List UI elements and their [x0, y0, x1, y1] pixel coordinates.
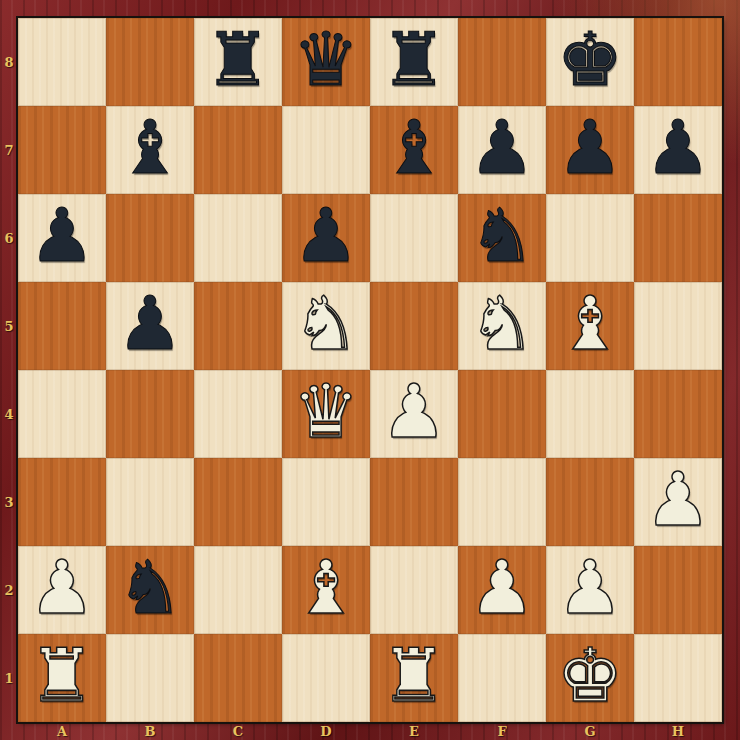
square-b8[interactable]: [106, 18, 194, 106]
square-c4[interactable]: [194, 370, 282, 458]
square-b4[interactable]: [106, 370, 194, 458]
piece-white-king: ♚: [557, 638, 623, 712]
piece-white-knight: ♞: [469, 286, 535, 360]
piece-black-pawn: ♟: [645, 110, 711, 184]
square-b6[interactable]: [106, 194, 194, 282]
piece-white-bishop: ♝: [557, 286, 623, 360]
square-b1[interactable]: [106, 634, 194, 722]
square-g8[interactable]: ♚: [546, 18, 634, 106]
square-d3[interactable]: [282, 458, 370, 546]
rank-label-4: 4: [0, 370, 18, 458]
square-d4[interactable]: ♛: [282, 370, 370, 458]
piece-black-bishop: ♝: [117, 110, 183, 184]
file-label-e: E: [370, 722, 458, 740]
piece-white-queen: ♛: [293, 374, 359, 448]
piece-white-rook: ♜: [29, 638, 95, 712]
square-e3[interactable]: [370, 458, 458, 546]
square-d7[interactable]: [282, 106, 370, 194]
square-f7[interactable]: ♟: [458, 106, 546, 194]
file-label-h: H: [634, 722, 722, 740]
piece-white-pawn: ♟: [645, 462, 711, 536]
square-h6[interactable]: [634, 194, 722, 282]
square-a8[interactable]: [18, 18, 106, 106]
piece-black-rook: ♜: [205, 22, 271, 96]
file-label-c: C: [194, 722, 282, 740]
square-e5[interactable]: [370, 282, 458, 370]
square-f1[interactable]: [458, 634, 546, 722]
piece-black-pawn: ♟: [29, 198, 95, 272]
square-g7[interactable]: ♟: [546, 106, 634, 194]
square-f5[interactable]: ♞: [458, 282, 546, 370]
square-e6[interactable]: [370, 194, 458, 282]
rank-label-2: 2: [0, 546, 18, 634]
square-g6[interactable]: [546, 194, 634, 282]
file-label-a: A: [18, 722, 106, 740]
square-c2[interactable]: [194, 546, 282, 634]
square-b7[interactable]: ♝: [106, 106, 194, 194]
square-g2[interactable]: ♟: [546, 546, 634, 634]
square-a3[interactable]: [18, 458, 106, 546]
square-c3[interactable]: [194, 458, 282, 546]
square-h3[interactable]: ♟: [634, 458, 722, 546]
square-f2[interactable]: ♟: [458, 546, 546, 634]
piece-black-bishop: ♝: [381, 110, 447, 184]
file-label-g: G: [546, 722, 634, 740]
square-c1[interactable]: [194, 634, 282, 722]
square-a7[interactable]: [18, 106, 106, 194]
square-e1[interactable]: ♜: [370, 634, 458, 722]
square-d6[interactable]: ♟: [282, 194, 370, 282]
rank-label-3: 3: [0, 458, 18, 546]
square-c8[interactable]: ♜: [194, 18, 282, 106]
square-f3[interactable]: [458, 458, 546, 546]
square-g4[interactable]: [546, 370, 634, 458]
square-c7[interactable]: [194, 106, 282, 194]
chess-board: ♜♛♜♚♝♝♟♟♟♟♟♞♟♞♞♝♛♟♟♟♞♝♟♟♜♜♚: [18, 18, 722, 722]
piece-white-bishop: ♝: [293, 550, 359, 624]
square-d5[interactable]: ♞: [282, 282, 370, 370]
square-a4[interactable]: [18, 370, 106, 458]
square-d1[interactable]: [282, 634, 370, 722]
square-a2[interactable]: ♟: [18, 546, 106, 634]
rank-label-6: 6: [0, 194, 18, 282]
square-b3[interactable]: [106, 458, 194, 546]
piece-black-pawn: ♟: [293, 198, 359, 272]
file-label-f: F: [458, 722, 546, 740]
piece-white-rook: ♜: [381, 638, 447, 712]
rank-label-1: 1: [0, 634, 18, 722]
piece-white-knight: ♞: [293, 286, 359, 360]
chess-board-frame: ♜♛♜♚♝♝♟♟♟♟♟♞♟♞♞♝♛♟♟♟♞♝♟♟♜♜♚ 87654321 ABC…: [0, 0, 740, 740]
square-h1[interactable]: [634, 634, 722, 722]
square-d2[interactable]: ♝: [282, 546, 370, 634]
piece-white-pawn: ♟: [381, 374, 447, 448]
square-d8[interactable]: ♛: [282, 18, 370, 106]
square-g5[interactable]: ♝: [546, 282, 634, 370]
square-h8[interactable]: [634, 18, 722, 106]
square-g1[interactable]: ♚: [546, 634, 634, 722]
piece-black-knight: ♞: [469, 198, 535, 272]
file-label-b: B: [106, 722, 194, 740]
square-f4[interactable]: [458, 370, 546, 458]
piece-black-rook: ♜: [381, 22, 447, 96]
square-h5[interactable]: [634, 282, 722, 370]
rank-label-5: 5: [0, 282, 18, 370]
square-e8[interactable]: ♜: [370, 18, 458, 106]
square-e4[interactable]: ♟: [370, 370, 458, 458]
square-c5[interactable]: [194, 282, 282, 370]
square-f8[interactable]: [458, 18, 546, 106]
square-c6[interactable]: [194, 194, 282, 282]
square-h2[interactable]: [634, 546, 722, 634]
square-e2[interactable]: [370, 546, 458, 634]
piece-black-king: ♚: [557, 22, 623, 96]
piece-black-pawn: ♟: [557, 110, 623, 184]
square-a6[interactable]: ♟: [18, 194, 106, 282]
piece-white-pawn: ♟: [469, 550, 535, 624]
file-label-d: D: [282, 722, 370, 740]
square-a1[interactable]: ♜: [18, 634, 106, 722]
square-f6[interactable]: ♞: [458, 194, 546, 282]
piece-black-pawn: ♟: [469, 110, 535, 184]
piece-black-knight: ♞: [117, 550, 183, 624]
piece-black-pawn: ♟: [117, 286, 183, 360]
piece-white-pawn: ♟: [29, 550, 95, 624]
square-h7[interactable]: ♟: [634, 106, 722, 194]
square-a5[interactable]: [18, 282, 106, 370]
rank-label-7: 7: [0, 106, 18, 194]
square-g3[interactable]: [546, 458, 634, 546]
piece-white-pawn: ♟: [557, 550, 623, 624]
square-b2[interactable]: ♞: [106, 546, 194, 634]
square-e7[interactable]: ♝: [370, 106, 458, 194]
piece-black-queen: ♛: [293, 22, 359, 96]
square-h4[interactable]: [634, 370, 722, 458]
square-b5[interactable]: ♟: [106, 282, 194, 370]
rank-label-8: 8: [0, 18, 18, 106]
